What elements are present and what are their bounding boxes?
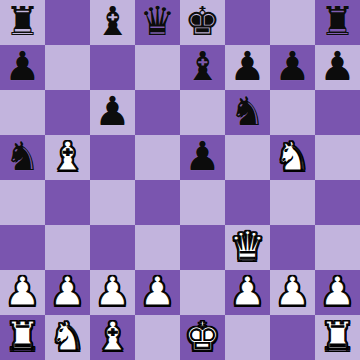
white-pawn-icon: ♟: [95, 269, 131, 314]
square-c2[interactable]: ♟: [90, 270, 135, 315]
square-a7[interactable]: ♟: [0, 45, 45, 90]
square-c6[interactable]: ♟: [90, 90, 135, 135]
square-f3[interactable]: ♛: [225, 225, 270, 270]
white-bishop-icon: ♝: [95, 314, 131, 359]
square-b4[interactable]: [45, 180, 90, 225]
square-f6[interactable]: ♞: [225, 90, 270, 135]
square-a3[interactable]: [0, 225, 45, 270]
black-pawn-icon: ♟: [320, 44, 356, 89]
square-a5[interactable]: ♞: [0, 135, 45, 180]
white-pawn-icon: ♟: [230, 269, 266, 314]
square-h1[interactable]: ♜: [315, 315, 360, 360]
white-king-icon: ♚: [185, 314, 221, 359]
square-h2[interactable]: ♟: [315, 270, 360, 315]
white-rook-icon: ♜: [320, 314, 356, 359]
white-knight-icon: ♞: [275, 134, 311, 179]
square-e3[interactable]: [180, 225, 225, 270]
black-pawn-icon: ♟: [95, 89, 131, 134]
square-b2[interactable]: ♟: [45, 270, 90, 315]
square-g8[interactable]: [270, 0, 315, 45]
square-f2[interactable]: ♟: [225, 270, 270, 315]
square-a6[interactable]: [0, 90, 45, 135]
square-c4[interactable]: [90, 180, 135, 225]
square-h6[interactable]: [315, 90, 360, 135]
square-h8[interactable]: ♜: [315, 0, 360, 45]
square-g6[interactable]: [270, 90, 315, 135]
black-queen-icon: ♛: [140, 0, 176, 44]
black-rook-icon: ♜: [5, 0, 41, 44]
square-a2[interactable]: ♟: [0, 270, 45, 315]
square-c7[interactable]: [90, 45, 135, 90]
black-king-icon: ♚: [185, 0, 221, 44]
square-b3[interactable]: [45, 225, 90, 270]
white-rook-icon: ♜: [5, 314, 41, 359]
square-f7[interactable]: ♟: [225, 45, 270, 90]
square-f4[interactable]: [225, 180, 270, 225]
square-g7[interactable]: ♟: [270, 45, 315, 90]
square-e1[interactable]: ♚: [180, 315, 225, 360]
square-c3[interactable]: [90, 225, 135, 270]
square-g1[interactable]: [270, 315, 315, 360]
square-e6[interactable]: [180, 90, 225, 135]
white-knight-icon: ♞: [50, 314, 86, 359]
square-b5[interactable]: ♝: [45, 135, 90, 180]
square-c1[interactable]: ♝: [90, 315, 135, 360]
chess-board: ♜♝♛♚♜♟♝♟♟♟♟♞♞♝♟♞♛♟♟♟♟♟♟♟♜♞♝♚♜: [0, 0, 360, 360]
square-g2[interactable]: ♟: [270, 270, 315, 315]
black-bishop-icon: ♝: [95, 0, 131, 44]
square-h3[interactable]: [315, 225, 360, 270]
square-d7[interactable]: [135, 45, 180, 90]
black-knight-icon: ♞: [230, 89, 266, 134]
square-b7[interactable]: [45, 45, 90, 90]
black-bishop-icon: ♝: [185, 44, 221, 89]
black-pawn-icon: ♟: [185, 134, 221, 179]
square-c5[interactable]: [90, 135, 135, 180]
white-pawn-icon: ♟: [320, 269, 356, 314]
square-e8[interactable]: ♚: [180, 0, 225, 45]
square-b6[interactable]: [45, 90, 90, 135]
square-f8[interactable]: [225, 0, 270, 45]
square-d5[interactable]: [135, 135, 180, 180]
square-f5[interactable]: [225, 135, 270, 180]
square-e2[interactable]: [180, 270, 225, 315]
black-knight-icon: ♞: [5, 134, 41, 179]
black-pawn-icon: ♟: [230, 44, 266, 89]
white-pawn-icon: ♟: [5, 269, 41, 314]
square-a8[interactable]: ♜: [0, 0, 45, 45]
white-queen-icon: ♛: [230, 224, 266, 269]
square-e7[interactable]: ♝: [180, 45, 225, 90]
square-h4[interactable]: [315, 180, 360, 225]
square-f1[interactable]: [225, 315, 270, 360]
square-d4[interactable]: [135, 180, 180, 225]
square-d3[interactable]: [135, 225, 180, 270]
white-pawn-icon: ♟: [50, 269, 86, 314]
white-bishop-icon: ♝: [50, 134, 86, 179]
square-h7[interactable]: ♟: [315, 45, 360, 90]
square-d6[interactable]: [135, 90, 180, 135]
square-a1[interactable]: ♜: [0, 315, 45, 360]
black-pawn-icon: ♟: [275, 44, 311, 89]
square-d8[interactable]: ♛: [135, 0, 180, 45]
square-e4[interactable]: [180, 180, 225, 225]
white-pawn-icon: ♟: [275, 269, 311, 314]
square-b1[interactable]: ♞: [45, 315, 90, 360]
white-pawn-icon: ♟: [140, 269, 176, 314]
square-g5[interactable]: ♞: [270, 135, 315, 180]
square-g4[interactable]: [270, 180, 315, 225]
square-h5[interactable]: [315, 135, 360, 180]
black-pawn-icon: ♟: [5, 44, 41, 89]
square-a4[interactable]: [0, 180, 45, 225]
square-g3[interactable]: [270, 225, 315, 270]
square-d1[interactable]: [135, 315, 180, 360]
square-e5[interactable]: ♟: [180, 135, 225, 180]
square-b8[interactable]: [45, 0, 90, 45]
black-rook-icon: ♜: [320, 0, 356, 44]
square-c8[interactable]: ♝: [90, 0, 135, 45]
square-d2[interactable]: ♟: [135, 270, 180, 315]
